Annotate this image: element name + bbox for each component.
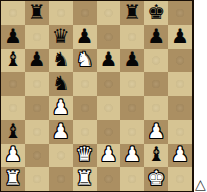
white-knight-d6[interactable]: ♞ <box>76 49 94 69</box>
square-h6[interactable] <box>168 49 192 73</box>
square-f1[interactable] <box>120 167 144 191</box>
square-d1[interactable]: ♜ <box>73 167 97 191</box>
square-e6[interactable]: ♟ <box>97 49 121 73</box>
square-c3[interactable]: ♟ <box>49 120 73 144</box>
square-e3[interactable] <box>97 120 121 144</box>
black-pawn-h7[interactable]: ♟ <box>171 26 189 46</box>
square-e2[interactable]: ♟ <box>97 144 121 168</box>
black-pawn-f6[interactable]: ♟ <box>123 49 141 69</box>
square-h4[interactable] <box>168 96 192 120</box>
square-b2[interactable] <box>25 144 49 168</box>
square-a5[interactable] <box>1 72 25 96</box>
square-h8[interactable] <box>168 1 192 25</box>
square-e8[interactable] <box>97 1 121 25</box>
square-f8[interactable]: ♜ <box>120 1 144 25</box>
square-c1[interactable] <box>49 167 73 191</box>
square-h2[interactable]: ♟ <box>168 144 192 168</box>
black-pawn-a7[interactable]: ♟ <box>4 26 22 46</box>
square-a1[interactable]: ♜ <box>1 167 25 191</box>
square-a8[interactable] <box>1 1 25 25</box>
white-pawn-g3[interactable]: ♟ <box>147 121 165 141</box>
square-a3[interactable]: ♝ <box>1 120 25 144</box>
white-pawn-c4[interactable]: ♟ <box>52 97 70 117</box>
black-knight-c6[interactable]: ♞ <box>52 49 70 69</box>
square-e4[interactable] <box>97 96 121 120</box>
square-h7[interactable]: ♟ <box>168 25 192 49</box>
square-b6[interactable]: ♟ <box>25 49 49 73</box>
square-b8[interactable]: ♜ <box>25 1 49 25</box>
white-pawn-h2[interactable]: ♟ <box>171 144 189 164</box>
black-rook-b8[interactable]: ♜ <box>28 2 46 22</box>
square-e7[interactable] <box>97 25 121 49</box>
black-knight-c5[interactable]: ♞ <box>52 73 70 93</box>
white-pawn-a2[interactable]: ♟ <box>4 144 22 164</box>
black-bishop-a6[interactable]: ♝ <box>4 49 22 69</box>
square-c5[interactable]: ♞ <box>49 72 73 96</box>
chess-board: ♜♜♚♟♛♟♟♟♝♟♞♞♟♟♞♟♝♟♟♟♛♟♟♝♟♜♜♚ <box>1 1 192 191</box>
white-pawn-f2[interactable]: ♟ <box>123 144 141 164</box>
white-queen-d2[interactable]: ♛ <box>76 144 94 164</box>
square-e1[interactable] <box>97 167 121 191</box>
square-f3[interactable] <box>120 120 144 144</box>
square-b3[interactable] <box>25 120 49 144</box>
white-pawn-e2[interactable]: ♟ <box>99 144 117 164</box>
square-g6[interactable] <box>144 49 168 73</box>
square-d3[interactable] <box>73 120 97 144</box>
up-triangle-cursor-icon: △ <box>195 177 206 191</box>
square-d4[interactable] <box>73 96 97 120</box>
square-g1[interactable]: ♚ <box>144 167 168 191</box>
square-e5[interactable] <box>97 72 121 96</box>
square-c2[interactable] <box>49 144 73 168</box>
square-c7[interactable]: ♛ <box>49 25 73 49</box>
square-b1[interactable] <box>25 167 49 191</box>
square-b4[interactable] <box>25 96 49 120</box>
square-f4[interactable] <box>120 96 144 120</box>
black-pawn-g7[interactable]: ♟ <box>147 26 165 46</box>
black-bishop-g2[interactable]: ♝ <box>147 144 165 164</box>
square-h1[interactable] <box>168 167 192 191</box>
right-panel: △ <box>194 0 207 192</box>
black-bishop-a3[interactable]: ♝ <box>4 121 22 141</box>
square-g3[interactable]: ♟ <box>144 120 168 144</box>
square-g4[interactable] <box>144 96 168 120</box>
white-king-g1[interactable]: ♚ <box>147 168 165 188</box>
square-d2[interactable]: ♛ <box>73 144 97 168</box>
black-pawn-b6[interactable]: ♟ <box>28 49 46 69</box>
square-b7[interactable] <box>25 25 49 49</box>
black-king-g8[interactable]: ♚ <box>147 2 165 22</box>
square-h5[interactable] <box>168 72 192 96</box>
chess-app-window: ♜♜♚♟♛♟♟♟♝♟♞♞♟♟♞♟♝♟♟♟♛♟♟♝♟♜♜♚ △ <box>0 0 207 192</box>
square-c4[interactable]: ♟ <box>49 96 73 120</box>
square-d5[interactable] <box>73 72 97 96</box>
black-rook-f8[interactable]: ♜ <box>123 2 141 22</box>
black-pawn-e6[interactable]: ♟ <box>99 49 117 69</box>
square-c6[interactable]: ♞ <box>49 49 73 73</box>
square-f5[interactable] <box>120 72 144 96</box>
square-f6[interactable]: ♟ <box>120 49 144 73</box>
black-pawn-d7[interactable]: ♟ <box>76 26 94 46</box>
square-a4[interactable] <box>1 96 25 120</box>
square-f7[interactable] <box>120 25 144 49</box>
square-a6[interactable]: ♝ <box>1 49 25 73</box>
square-g8[interactable]: ♚ <box>144 1 168 25</box>
square-d8[interactable] <box>73 1 97 25</box>
square-g2[interactable]: ♝ <box>144 144 168 168</box>
square-g5[interactable] <box>144 72 168 96</box>
square-d6[interactable]: ♞ <box>73 49 97 73</box>
square-h3[interactable] <box>168 120 192 144</box>
chess-board-frame: ♜♜♚♟♛♟♟♟♝♟♞♞♟♟♞♟♝♟♟♟♛♟♟♝♟♜♜♚ <box>0 0 194 192</box>
white-rook-d1[interactable]: ♜ <box>76 168 94 188</box>
square-b5[interactable] <box>25 72 49 96</box>
square-f2[interactable]: ♟ <box>120 144 144 168</box>
black-queen-c7[interactable]: ♛ <box>52 26 70 46</box>
square-a7[interactable]: ♟ <box>1 25 25 49</box>
white-rook-a1[interactable]: ♜ <box>4 168 22 188</box>
square-a2[interactable]: ♟ <box>1 144 25 168</box>
square-d7[interactable]: ♟ <box>73 25 97 49</box>
white-pawn-c3[interactable]: ♟ <box>52 121 70 141</box>
square-c8[interactable] <box>49 1 73 25</box>
square-g7[interactable]: ♟ <box>144 25 168 49</box>
